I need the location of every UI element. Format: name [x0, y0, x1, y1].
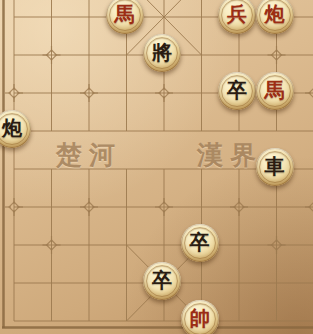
piece-red-horse[interactable]: 馬 [256, 72, 294, 110]
black-chariot-glyph: 車 [265, 156, 285, 176]
red-general-glyph: 帥 [190, 308, 210, 328]
piece-black-soldier[interactable]: 卒 [181, 224, 219, 262]
piece-black-soldier[interactable]: 卒 [143, 262, 181, 300]
black-soldier-glyph: 卒 [152, 270, 172, 290]
black-soldier-glyph: 卒 [227, 80, 247, 100]
black-cannon-glyph: 炮 [2, 118, 22, 138]
xiangqi-board[interactable]: 楚河 漢界 馬兵炮將卒馬炮車卒卒帥 [0, 0, 313, 334]
piece-red-horse[interactable]: 馬 [106, 0, 144, 34]
black-general-glyph: 將 [152, 42, 172, 62]
piece-red-cannon[interactable]: 炮 [256, 0, 294, 34]
piece-black-general[interactable]: 將 [143, 34, 181, 72]
piece-black-chariot[interactable]: 車 [256, 148, 294, 186]
river-label-right: 漢界 [197, 138, 263, 173]
red-horse-glyph: 馬 [265, 80, 285, 100]
piece-black-soldier[interactable]: 卒 [218, 72, 256, 110]
black-soldier-glyph: 卒 [190, 232, 210, 252]
red-horse-glyph: 馬 [115, 4, 135, 24]
piece-red-general[interactable]: 帥 [181, 300, 219, 334]
red-cannon-glyph: 炮 [265, 4, 285, 24]
river-label-left: 楚河 [56, 138, 122, 173]
red-soldier-glyph: 兵 [227, 4, 247, 24]
